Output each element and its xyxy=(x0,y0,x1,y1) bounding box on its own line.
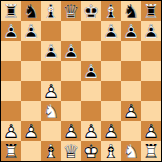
square-f4[interactable] xyxy=(101,81,121,101)
black-rook-icon: ♜♖ xyxy=(1,1,21,21)
square-a3[interactable] xyxy=(1,101,21,121)
white-pawn-icon: ♟♙ xyxy=(141,121,161,141)
square-g8[interactable]: ♞♘ xyxy=(121,1,141,21)
square-a5[interactable] xyxy=(1,61,21,81)
white-pawn-icon: ♟♙ xyxy=(61,121,81,141)
square-b2[interactable]: ♟♙ xyxy=(21,121,41,141)
square-d8[interactable]: ♛♕ xyxy=(61,1,81,21)
black-pawn-icon: ♟♙ xyxy=(81,61,101,81)
black-king-icon: ♚♔ xyxy=(81,1,101,21)
square-e2[interactable]: ♟♙ xyxy=(81,121,101,141)
square-e4[interactable] xyxy=(81,81,101,101)
square-d4[interactable] xyxy=(61,81,81,101)
square-b5[interactable] xyxy=(21,61,41,81)
square-d2[interactable]: ♟♙ xyxy=(61,121,81,141)
square-c8[interactable]: ♝♗ xyxy=(41,1,61,21)
white-pawn-icon: ♟♙ xyxy=(81,121,101,141)
square-c3[interactable]: ♞♘ xyxy=(41,101,61,121)
square-a2[interactable]: ♟♙ xyxy=(1,121,21,141)
black-pawn-icon: ♟♙ xyxy=(41,41,61,61)
square-h5[interactable] xyxy=(141,61,161,81)
white-rook-icon: ♜♖ xyxy=(1,141,21,161)
white-queen-icon: ♛♕ xyxy=(61,141,81,161)
square-f1[interactable]: ♝♗ xyxy=(101,141,121,161)
square-e5[interactable]: ♟♙ xyxy=(81,61,101,81)
square-g7[interactable]: ♟♙ xyxy=(121,21,141,41)
white-pawn-icon: ♟♙ xyxy=(41,81,61,101)
square-e1[interactable]: ♚♔ xyxy=(81,141,101,161)
square-h3[interactable] xyxy=(141,101,161,121)
square-d6[interactable]: ♟♙ xyxy=(61,41,81,61)
black-pawn-icon: ♟♙ xyxy=(61,41,81,61)
white-bishop-icon: ♝♗ xyxy=(41,141,61,161)
square-c7[interactable] xyxy=(41,21,61,41)
square-b7[interactable]: ♟♙ xyxy=(21,21,41,41)
black-knight-icon: ♞♘ xyxy=(121,1,141,21)
square-f3[interactable] xyxy=(101,101,121,121)
square-h8[interactable]: ♜♖ xyxy=(141,1,161,21)
square-b6[interactable] xyxy=(21,41,41,61)
white-pawn-icon: ♟♙ xyxy=(101,121,121,141)
black-bishop-icon: ♝♗ xyxy=(41,1,61,21)
black-bishop-icon: ♝♗ xyxy=(101,1,121,21)
white-pawn-icon: ♟♙ xyxy=(1,121,21,141)
square-b3[interactable] xyxy=(21,101,41,121)
square-a6[interactable] xyxy=(1,41,21,61)
square-h6[interactable] xyxy=(141,41,161,61)
black-knight-icon: ♞♘ xyxy=(21,1,41,21)
square-a8[interactable]: ♜♖ xyxy=(1,1,21,21)
square-f7[interactable]: ♟♙ xyxy=(101,21,121,41)
square-a1[interactable]: ♜♖ xyxy=(1,141,21,161)
square-e6[interactable] xyxy=(81,41,101,61)
square-a4[interactable] xyxy=(1,81,21,101)
black-queen-icon: ♛♕ xyxy=(61,1,81,21)
square-g4[interactable] xyxy=(121,81,141,101)
square-e8[interactable]: ♚♔ xyxy=(81,1,101,21)
square-f2[interactable]: ♟♙ xyxy=(101,121,121,141)
square-h2[interactable]: ♟♙ xyxy=(141,121,161,141)
white-pawn-icon: ♟♙ xyxy=(21,121,41,141)
chess-board: ♜♖♞♘♝♗♛♕♚♔♝♗♞♘♜♖♟♙♟♙♟♙♟♙♟♙♟♙♟♙♟♙♟♙♞♘♟♙♟♙… xyxy=(0,0,162,162)
square-f5[interactable] xyxy=(101,61,121,81)
black-rook-icon: ♜♖ xyxy=(141,1,161,21)
black-pawn-icon: ♟♙ xyxy=(141,21,161,41)
white-knight-icon: ♞♘ xyxy=(121,141,141,161)
square-g2[interactable] xyxy=(121,121,141,141)
square-d3[interactable] xyxy=(61,101,81,121)
square-g1[interactable]: ♞♘ xyxy=(121,141,141,161)
square-g5[interactable] xyxy=(121,61,141,81)
white-rook-icon: ♜♖ xyxy=(141,141,161,161)
square-d5[interactable] xyxy=(61,61,81,81)
white-pawn-icon: ♟♙ xyxy=(121,101,141,121)
square-e3[interactable] xyxy=(81,101,101,121)
square-f6[interactable] xyxy=(101,41,121,61)
square-h4[interactable] xyxy=(141,81,161,101)
square-e7[interactable] xyxy=(81,21,101,41)
square-c4[interactable]: ♟♙ xyxy=(41,81,61,101)
white-bishop-icon: ♝♗ xyxy=(101,141,121,161)
square-c2[interactable] xyxy=(41,121,61,141)
square-a7[interactable]: ♟♙ xyxy=(1,21,21,41)
white-knight-icon: ♞♘ xyxy=(41,101,61,121)
square-d1[interactable]: ♛♕ xyxy=(61,141,81,161)
black-pawn-icon: ♟♙ xyxy=(1,21,21,41)
square-c5[interactable] xyxy=(41,61,61,81)
square-g6[interactable] xyxy=(121,41,141,61)
square-b4[interactable] xyxy=(21,81,41,101)
white-king-icon: ♚♔ xyxy=(81,141,101,161)
square-f8[interactable]: ♝♗ xyxy=(101,1,121,21)
black-pawn-icon: ♟♙ xyxy=(101,21,121,41)
square-g3[interactable]: ♟♙ xyxy=(121,101,141,121)
black-pawn-icon: ♟♙ xyxy=(21,21,41,41)
square-c1[interactable]: ♝♗ xyxy=(41,141,61,161)
square-b1[interactable] xyxy=(21,141,41,161)
black-pawn-icon: ♟♙ xyxy=(121,21,141,41)
square-c6[interactable]: ♟♙ xyxy=(41,41,61,61)
square-h7[interactable]: ♟♙ xyxy=(141,21,161,41)
square-b8[interactable]: ♞♘ xyxy=(21,1,41,21)
square-d7[interactable] xyxy=(61,21,81,41)
square-h1[interactable]: ♜♖ xyxy=(141,141,161,161)
